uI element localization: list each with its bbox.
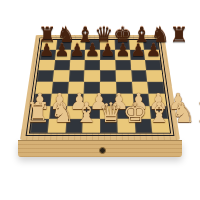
chess-board [20, 35, 180, 140]
square-f1[interactable] [117, 119, 135, 133]
square-e5[interactable] [100, 70, 116, 81]
square-d2[interactable] [83, 106, 100, 119]
clasp-hole [99, 147, 106, 154]
square-c7[interactable] [70, 50, 85, 60]
square-f3[interactable] [116, 93, 133, 105]
square-g4[interactable] [132, 82, 149, 94]
square-b7[interactable] [55, 50, 71, 60]
square-a6[interactable] [38, 60, 54, 71]
square-d4[interactable] [84, 82, 100, 94]
square-d6[interactable] [85, 60, 100, 71]
square-f2[interactable] [117, 106, 134, 119]
square-d7[interactable] [85, 50, 100, 60]
square-g8[interactable] [129, 40, 144, 50]
square-e2[interactable] [100, 106, 117, 119]
square-a1[interactable] [30, 119, 49, 133]
square-a7[interactable] [40, 50, 56, 60]
square-d5[interactable] [84, 70, 100, 81]
square-c5[interactable] [68, 70, 84, 81]
square-f4[interactable] [116, 82, 133, 94]
square-h2[interactable] [150, 106, 168, 119]
square-e1[interactable] [100, 119, 118, 133]
square-b3[interactable] [50, 93, 67, 105]
piece-black-rook-h8[interactable]: ♜ [170, 25, 189, 46]
square-f5[interactable] [115, 70, 131, 81]
square-e4[interactable] [100, 82, 116, 94]
square-d1[interactable] [82, 119, 100, 133]
square-c3[interactable] [67, 93, 84, 105]
square-c4[interactable] [68, 82, 85, 94]
square-f8[interactable] [114, 40, 129, 50]
square-g6[interactable] [130, 60, 146, 71]
square-b4[interactable] [51, 82, 68, 94]
product-photo: ♜♞♝♛♚♝♞♜ ♟♟♟♟♟♟♟♟ ♟♟♟♟♟♟♟♟ ♜♞♝♛♚♝♞♜ [0, 0, 200, 200]
square-a8[interactable] [41, 40, 57, 50]
square-a2[interactable] [32, 106, 50, 119]
square-b5[interactable] [53, 70, 70, 81]
square-h5[interactable] [146, 70, 163, 81]
square-g1[interactable] [134, 119, 152, 133]
square-a4[interactable] [35, 82, 52, 94]
square-e3[interactable] [100, 93, 117, 105]
board-grid [30, 40, 170, 133]
square-b2[interactable] [49, 106, 67, 119]
square-c2[interactable] [66, 106, 83, 119]
square-g7[interactable] [129, 50, 145, 60]
square-b1[interactable] [47, 119, 65, 133]
square-e8[interactable] [100, 40, 115, 50]
piece-white-rook-h1[interactable]: ♜ [196, 99, 200, 126]
square-h6[interactable] [145, 60, 161, 71]
square-h1[interactable] [151, 119, 170, 133]
square-f6[interactable] [115, 60, 131, 71]
box-front-panel [18, 140, 182, 157]
square-e6[interactable] [100, 60, 115, 71]
square-a3[interactable] [34, 93, 52, 105]
square-h8[interactable] [143, 40, 159, 50]
square-c6[interactable] [69, 60, 85, 71]
square-c1[interactable] [65, 119, 83, 133]
square-h7[interactable] [144, 50, 160, 60]
square-b8[interactable] [56, 40, 71, 50]
square-d3[interactable] [83, 93, 100, 105]
square-h3[interactable] [149, 93, 167, 105]
square-b6[interactable] [54, 60, 70, 71]
square-g5[interactable] [131, 70, 148, 81]
square-c8[interactable] [71, 40, 86, 50]
square-a5[interactable] [37, 70, 54, 81]
square-h4[interactable] [147, 82, 164, 94]
square-g3[interactable] [132, 93, 149, 105]
square-f7[interactable] [115, 50, 130, 60]
square-g2[interactable] [133, 106, 151, 119]
square-e7[interactable] [100, 50, 115, 60]
square-d8[interactable] [85, 40, 100, 50]
board-border [29, 39, 171, 133]
